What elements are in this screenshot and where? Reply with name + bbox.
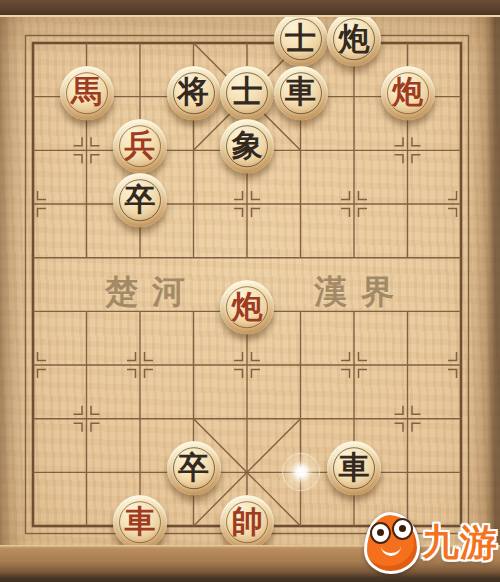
piece-red-cannon[interactable]: 炮 xyxy=(381,66,435,120)
piece-black-soldier[interactable]: 卒 xyxy=(167,442,221,496)
piece-red-soldier[interactable]: 兵 xyxy=(113,120,167,174)
watermark-text: 九游 xyxy=(422,518,498,568)
piece-glyph: 帥 xyxy=(232,506,263,537)
piece-red-horse[interactable]: 馬 xyxy=(60,66,114,120)
piece-glyph: 炮 xyxy=(392,76,423,107)
piece-black-cannon[interactable]: 炮 xyxy=(327,12,381,66)
piece-black-elephant[interactable]: 象 xyxy=(220,120,274,174)
piece-glyph: 士 xyxy=(285,23,316,54)
piece-glyph: 馬 xyxy=(71,76,102,107)
river-label-chu-he: 楚河 xyxy=(91,270,199,315)
mascot-mouth-icon xyxy=(381,543,401,556)
piece-red-cannon[interactable]: 炮 xyxy=(220,281,274,335)
mascot-eye-icon xyxy=(392,518,413,540)
board-top-edge xyxy=(0,0,500,17)
piece-glyph: 卒 xyxy=(125,184,156,215)
mascot-eye-icon xyxy=(370,522,391,544)
piece-glyph: 車 xyxy=(339,452,370,483)
piece-glyph: 炮 xyxy=(339,23,370,54)
watermark-logo: 九游 xyxy=(364,512,498,574)
piece-glyph: 卒 xyxy=(178,452,209,483)
piece-glyph: 車 xyxy=(125,506,156,537)
piece-black-chariot[interactable]: 車 xyxy=(274,66,328,120)
piece-glyph: 象 xyxy=(232,130,263,161)
river-label-han-jie: 漢界 xyxy=(300,270,408,315)
piece-black-advisor[interactable]: 士 xyxy=(274,12,328,66)
piece-glyph: 車 xyxy=(285,76,316,107)
piece-red-chariot[interactable]: 車 xyxy=(113,495,167,549)
piece-glyph: 兵 xyxy=(125,130,156,161)
piece-black-general[interactable]: 将 xyxy=(167,66,221,120)
move-highlight-sparkle xyxy=(279,450,323,494)
piece-red-general[interactable]: 帥 xyxy=(220,495,274,549)
jiuyou-mascot-icon xyxy=(364,512,420,574)
piece-glyph: 炮 xyxy=(232,291,263,322)
piece-glyph: 将 xyxy=(178,76,209,107)
piece-black-advisor[interactable]: 士 xyxy=(220,66,274,120)
xiangqi-game-screen: 楚河 漢界 士炮馬将士車炮兵象卒炮卒車車帥 九游 xyxy=(0,0,500,582)
board-right-edge-shading xyxy=(466,0,500,582)
piece-black-soldier[interactable]: 卒 xyxy=(113,173,167,227)
board-left-edge-shading xyxy=(0,0,26,582)
piece-black-chariot[interactable]: 車 xyxy=(327,442,381,496)
piece-glyph: 士 xyxy=(232,76,263,107)
